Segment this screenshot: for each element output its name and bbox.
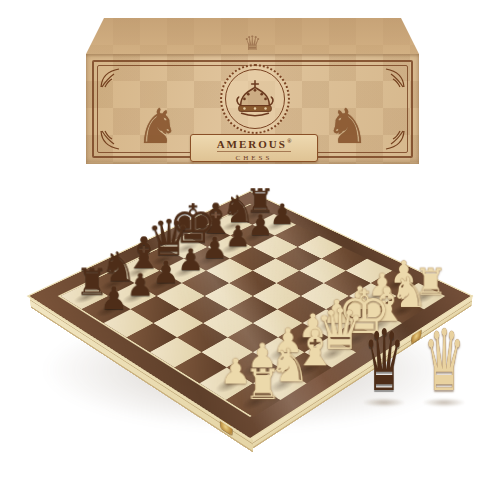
corner-flourish-icon [99, 129, 121, 151]
spare-queens: ♛ ♛ [352, 320, 474, 410]
corner-flourish-icon [384, 67, 406, 89]
lid-crown-icon: ♛ [86, 33, 419, 53]
registered-mark: ® [287, 138, 291, 144]
box-lid-top: ♛ [86, 18, 419, 54]
brand-subtitle: CHESS [217, 151, 291, 162]
brass-clasp [221, 419, 232, 435]
crown-icon [232, 77, 278, 119]
box-front-panel: ♞ ♞ [86, 54, 419, 164]
corner-flourish-icon [99, 67, 121, 89]
brand-banner: AMEROUS® CHESS [190, 134, 318, 162]
product-box: ♛ ♞ ♞ [86, 18, 419, 164]
square-a7: ♟ [82, 296, 131, 323]
knight-emblem-icon: ♞ [326, 102, 369, 150]
spare-light-queen: ♛ [424, 319, 465, 404]
square-f4 [276, 271, 323, 296]
corner-flourish-icon [384, 129, 406, 151]
black-pawn: ♟ [81, 282, 146, 314]
spare-dark-queen: ♛ [364, 319, 405, 404]
knight-emblem-icon: ♞ [136, 102, 179, 150]
crown-wreath [220, 64, 290, 134]
product-photo: ♛ ♞ ♞ [0, 0, 500, 479]
brand-name: AMEROUS® [191, 135, 317, 151]
square-a1: ♜ [226, 383, 280, 417]
white-rook: ♜ [226, 364, 299, 406]
